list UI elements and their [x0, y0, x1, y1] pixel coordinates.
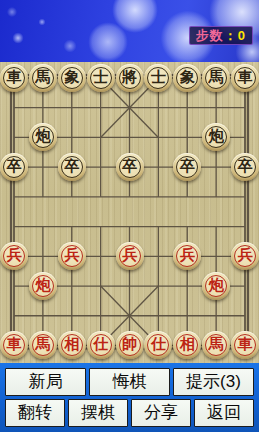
piece-red-cannon[interactable]: 炮: [29, 272, 57, 300]
piece-face: 兵: [61, 245, 83, 267]
piece-face: 車: [234, 334, 256, 356]
piece-face: 炮: [32, 126, 54, 148]
undo-move-button[interactable]: 悔棋: [89, 368, 170, 396]
piece-character: 仕: [93, 337, 108, 352]
wallpaper-banner: 步数：0: [0, 0, 259, 62]
piece-red-chariot[interactable]: 車: [231, 331, 259, 359]
piece-character: 象: [180, 70, 195, 85]
back-button[interactable]: 返回: [194, 399, 254, 427]
piece-black-soldier[interactable]: 卒: [116, 153, 144, 181]
piece-character: 車: [238, 70, 253, 85]
piece-red-elephant[interactable]: 相: [58, 331, 86, 359]
piece-red-soldier[interactable]: 兵: [0, 242, 28, 270]
piece-face: 卒: [176, 156, 198, 178]
piece-character: 炮: [209, 129, 224, 144]
piece-character: 馬: [209, 337, 224, 352]
move-counter-label: 步数: [196, 28, 224, 43]
piece-face: 車: [3, 67, 25, 89]
piece-character: 車: [7, 337, 22, 352]
piece-character: 士: [93, 70, 108, 85]
piece-face: 士: [147, 67, 169, 89]
piece-face: 馬: [32, 334, 54, 356]
piece-black-advisor[interactable]: 士: [144, 64, 172, 92]
piece-character: 卒: [64, 159, 79, 174]
piece-character: 帥: [122, 337, 137, 352]
piece-character: 兵: [180, 248, 195, 263]
setup-position-button[interactable]: 摆棋: [68, 399, 128, 427]
piece-character: 兵: [64, 248, 79, 263]
hint-button[interactable]: 提示(3): [173, 368, 254, 396]
control-row-1: 新局悔棋提示(3): [5, 368, 254, 396]
piece-black-horse[interactable]: 馬: [29, 64, 57, 92]
piece-character: 車: [7, 70, 22, 85]
piece-red-advisor[interactable]: 仕: [144, 331, 172, 359]
flip-board-button[interactable]: 翻转: [5, 399, 65, 427]
piece-face: 炮: [205, 126, 227, 148]
piece-face: 象: [61, 67, 83, 89]
piece-red-soldier[interactable]: 兵: [173, 242, 201, 270]
piece-black-advisor[interactable]: 士: [87, 64, 115, 92]
piece-character: 車: [238, 337, 253, 352]
piece-character: 士: [151, 70, 166, 85]
piece-character: 兵: [7, 248, 22, 263]
piece-character: 卒: [7, 159, 22, 174]
piece-character: 象: [64, 70, 79, 85]
piece-black-soldier[interactable]: 卒: [0, 153, 28, 181]
piece-character: 炮: [35, 129, 50, 144]
control-row-2: 翻转摆棋分享返回: [5, 399, 254, 427]
control-bar: 新局悔棋提示(3) 翻转摆棋分享返回: [0, 363, 259, 432]
piece-face: 炮: [32, 275, 54, 297]
piece-character: 兵: [238, 248, 253, 263]
piece-red-soldier[interactable]: 兵: [231, 242, 259, 270]
piece-face: 帥: [119, 334, 141, 356]
piece-face: 相: [176, 334, 198, 356]
piece-red-general[interactable]: 帥: [116, 331, 144, 359]
piece-red-elephant[interactable]: 相: [173, 331, 201, 359]
piece-face: 卒: [119, 156, 141, 178]
piece-face: 馬: [205, 67, 227, 89]
piece-character: 相: [64, 337, 79, 352]
piece-face: 士: [90, 67, 112, 89]
piece-red-horse[interactable]: 馬: [29, 331, 57, 359]
piece-character: 卒: [238, 159, 253, 174]
piece-character: 馬: [35, 337, 50, 352]
move-counter: 步数：0: [189, 26, 253, 45]
piece-black-cannon[interactable]: 炮: [29, 123, 57, 151]
piece-red-advisor[interactable]: 仕: [87, 331, 115, 359]
piece-face: 仕: [147, 334, 169, 356]
piece-face: 炮: [205, 275, 227, 297]
piece-face: 仕: [90, 334, 112, 356]
piece-black-cannon[interactable]: 炮: [202, 123, 230, 151]
piece-red-horse[interactable]: 馬: [202, 331, 230, 359]
piece-face: 卒: [3, 156, 25, 178]
piece-face: 將: [119, 67, 141, 89]
piece-red-soldier[interactable]: 兵: [116, 242, 144, 270]
piece-face: 車: [3, 334, 25, 356]
piece-black-elephant[interactable]: 象: [173, 64, 201, 92]
piece-black-elephant[interactable]: 象: [58, 64, 86, 92]
piece-character: 炮: [35, 278, 50, 293]
xiangqi-board[interactable]: 車馬象士將士象馬車炮炮卒卒卒卒卒兵兵兵兵兵炮炮車馬相仕帥仕相馬車: [0, 62, 259, 363]
piece-character: 仕: [151, 337, 166, 352]
piece-black-soldier[interactable]: 卒: [173, 153, 201, 181]
piece-character: 馬: [209, 70, 224, 85]
piece-face: 卒: [234, 156, 256, 178]
piece-character: 卒: [122, 159, 137, 174]
move-counter-value: ：0: [224, 28, 246, 43]
piece-red-cannon[interactable]: 炮: [202, 272, 230, 300]
piece-face: 兵: [234, 245, 256, 267]
piece-face: 車: [234, 67, 256, 89]
piece-face: 兵: [3, 245, 25, 267]
new-game-button[interactable]: 新局: [5, 368, 86, 396]
xiangqi-app: 步数：0 車馬象士將士象馬車炮炮卒卒卒卒卒兵兵兵兵兵炮炮車馬相仕帥仕相馬車 新局…: [0, 0, 259, 432]
piece-black-soldier[interactable]: 卒: [231, 153, 259, 181]
piece-face: 馬: [205, 334, 227, 356]
piece-black-horse[interactable]: 馬: [202, 64, 230, 92]
piece-character: 馬: [35, 70, 50, 85]
piece-black-chariot[interactable]: 車: [0, 64, 28, 92]
piece-face: 象: [176, 67, 198, 89]
piece-black-general[interactable]: 將: [116, 64, 144, 92]
piece-character: 卒: [180, 159, 195, 174]
piece-character: 兵: [122, 248, 137, 263]
piece-red-chariot[interactable]: 車: [0, 331, 28, 359]
piece-character: 炮: [209, 278, 224, 293]
piece-black-chariot[interactable]: 車: [231, 64, 259, 92]
piece-face: 兵: [176, 245, 198, 267]
piece-face: 相: [61, 334, 83, 356]
piece-red-soldier[interactable]: 兵: [58, 242, 86, 270]
piece-black-soldier[interactable]: 卒: [58, 153, 86, 181]
piece-character: 將: [122, 70, 137, 85]
piece-character: 相: [180, 337, 195, 352]
piece-face: 兵: [119, 245, 141, 267]
piece-face: 馬: [32, 67, 54, 89]
board-grid-lines: [0, 62, 259, 363]
share-button[interactable]: 分享: [131, 399, 191, 427]
piece-face: 卒: [61, 156, 83, 178]
